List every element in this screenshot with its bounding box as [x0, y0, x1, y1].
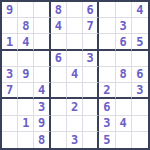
cell-r6c8[interactable] [116, 83, 132, 99]
cell-r7c8[interactable] [116, 99, 132, 115]
cell-r7c7[interactable]: 6 [99, 99, 115, 115]
cell-r1c8[interactable] [116, 2, 132, 18]
cell-r8c1[interactable] [2, 116, 18, 132]
cell-r9c5[interactable]: 3 [67, 132, 83, 148]
cell-r4c9[interactable] [132, 51, 148, 67]
cell-r2c3[interactable] [34, 18, 50, 34]
cell-r5c5[interactable]: 4 [67, 67, 83, 83]
cell-r1c2[interactable] [18, 2, 34, 18]
cell-r6c5[interactable] [67, 83, 83, 99]
cell-r4c8[interactable] [116, 51, 132, 67]
cell-r3c4[interactable] [51, 34, 67, 50]
cell-r5c3[interactable] [34, 67, 50, 83]
cell-r1c3[interactable] [34, 2, 50, 18]
cell-r5c6[interactable] [83, 67, 99, 83]
cell-r7c6[interactable] [83, 99, 99, 115]
cell-r7c4[interactable] [51, 99, 67, 115]
cell-r3c8[interactable]: 6 [116, 34, 132, 50]
cell-r6c6[interactable] [83, 83, 99, 99]
cell-r7c1[interactable] [2, 99, 18, 115]
cell-r8c5[interactable] [67, 116, 83, 132]
cell-r6c2[interactable] [18, 83, 34, 99]
cell-r4c5[interactable] [67, 51, 83, 67]
cell-r9c6[interactable] [83, 132, 99, 148]
cell-r7c5[interactable]: 2 [67, 99, 83, 115]
cell-r5c7[interactable] [99, 67, 115, 83]
cell-r8c3[interactable]: 9 [34, 116, 50, 132]
cell-r4c7[interactable] [99, 51, 115, 67]
cell-r9c1[interactable] [2, 132, 18, 148]
cell-r3c7[interactable] [99, 34, 115, 50]
cell-r8c8[interactable]: 4 [116, 116, 132, 132]
cell-r8c6[interactable] [83, 116, 99, 132]
cell-r1c9[interactable]: 4 [132, 2, 148, 18]
cell-r6c9[interactable]: 3 [132, 83, 148, 99]
cell-r7c3[interactable]: 3 [34, 99, 50, 115]
cell-r5c8[interactable]: 8 [116, 67, 132, 83]
cell-r6c1[interactable]: 7 [2, 83, 18, 99]
cell-r3c3[interactable] [34, 34, 50, 50]
cell-r3c1[interactable]: 1 [2, 34, 18, 50]
cell-r1c5[interactable] [67, 2, 83, 18]
cell-r9c8[interactable] [116, 132, 132, 148]
cell-r3c2[interactable]: 4 [18, 34, 34, 50]
cell-r9c7[interactable]: 5 [99, 132, 115, 148]
cell-r4c3[interactable] [34, 51, 50, 67]
cell-r4c2[interactable] [18, 51, 34, 67]
cell-r6c4[interactable] [51, 83, 67, 99]
cell-r9c2[interactable] [18, 132, 34, 148]
cell-r2c4[interactable]: 4 [51, 18, 67, 34]
cell-r3c9[interactable]: 5 [132, 34, 148, 50]
cell-r7c2[interactable] [18, 99, 34, 115]
cell-r2c9[interactable] [132, 18, 148, 34]
cell-r6c3[interactable]: 4 [34, 83, 50, 99]
cell-r4c1[interactable] [2, 51, 18, 67]
cell-r8c4[interactable] [51, 116, 67, 132]
cell-r6c7[interactable]: 2 [99, 83, 115, 99]
cell-r8c2[interactable]: 1 [18, 116, 34, 132]
cell-r1c6[interactable]: 6 [83, 2, 99, 18]
cell-r5c9[interactable]: 6 [132, 67, 148, 83]
sudoku-board: 986484731465633948674233261934835 [0, 0, 150, 150]
cell-r2c1[interactable] [2, 18, 18, 34]
cell-r8c7[interactable]: 3 [99, 116, 115, 132]
cell-r3c5[interactable] [67, 34, 83, 50]
cell-r2c5[interactable] [67, 18, 83, 34]
cell-r8c9[interactable] [132, 116, 148, 132]
cell-r2c7[interactable] [99, 18, 115, 34]
cell-r5c1[interactable]: 3 [2, 67, 18, 83]
cell-r3c6[interactable] [83, 34, 99, 50]
cell-r4c6[interactable]: 3 [83, 51, 99, 67]
cell-r4c4[interactable]: 6 [51, 51, 67, 67]
cell-r2c6[interactable]: 7 [83, 18, 99, 34]
cell-r1c1[interactable]: 9 [2, 2, 18, 18]
cell-r1c7[interactable] [99, 2, 115, 18]
cell-r9c4[interactable] [51, 132, 67, 148]
cell-r7c9[interactable] [132, 99, 148, 115]
cell-r9c3[interactable]: 8 [34, 132, 50, 148]
cell-r1c4[interactable]: 8 [51, 2, 67, 18]
cell-r5c2[interactable]: 9 [18, 67, 34, 83]
cell-r2c2[interactable]: 8 [18, 18, 34, 34]
cell-r9c9[interactable] [132, 132, 148, 148]
cell-r2c8[interactable]: 3 [116, 18, 132, 34]
cell-r5c4[interactable] [51, 67, 67, 83]
